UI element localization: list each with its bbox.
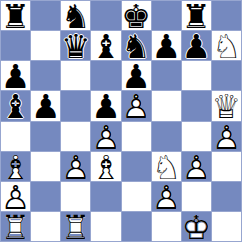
white-pawn-piece[interactable]: ♟♙: [61, 152, 90, 181]
white-pawn-piece[interactable]: ♟♙: [152, 182, 181, 211]
square-h2[interactable]: [212, 182, 241, 211]
square-d4[interactable]: ♟♙: [91, 122, 120, 151]
white-pawn-piece[interactable]: ♟♙: [91, 122, 120, 151]
white-pawn-outline-glyph: ♙: [152, 183, 181, 212]
white-pawn-fill-glyph: ♟: [1, 183, 30, 212]
white-pawn-piece[interactable]: ♟♙: [182, 152, 211, 181]
black-bishop-glyph: ♝: [91, 32, 120, 61]
white-pawn-outline-glyph: ♙: [212, 123, 241, 152]
black-knight-glyph: ♞: [122, 32, 151, 61]
black-pawn-piece[interactable]: ♟: [152, 31, 181, 60]
square-d7[interactable]: ♝: [91, 31, 120, 60]
black-pawn-glyph: ♟: [91, 92, 120, 121]
square-b6[interactable]: [31, 61, 60, 90]
square-e5[interactable]: ♟♙: [122, 91, 151, 120]
black-pawn-glyph: ♟: [182, 32, 211, 61]
square-c1[interactable]: ♜♖: [61, 212, 90, 241]
square-b5[interactable]: ♟: [31, 91, 60, 120]
black-queen-glyph: ♛: [61, 32, 90, 61]
square-g2[interactable]: [182, 182, 211, 211]
black-pawn-glyph: ♟: [1, 62, 30, 91]
black-pawn-piece[interactable]: ♟: [31, 91, 60, 120]
black-rook-piece[interactable]: ♜: [182, 1, 211, 30]
square-c7[interactable]: ♛: [61, 31, 90, 60]
square-h1[interactable]: [212, 212, 241, 241]
square-a5[interactable]: ♝: [1, 91, 30, 120]
square-d6[interactable]: [91, 61, 120, 90]
square-a1[interactable]: ♜♖: [1, 212, 30, 241]
square-b8[interactable]: [31, 1, 60, 30]
square-b3[interactable]: [31, 152, 60, 181]
square-h7[interactable]: ♞♘: [212, 31, 241, 60]
white-pawn-outline-glyph: ♙: [122, 92, 151, 121]
square-a6[interactable]: ♟: [1, 61, 30, 90]
white-pawn-fill-glyph: ♟: [152, 183, 181, 212]
white-rook-piece[interactable]: ♜♖: [1, 212, 30, 241]
chess-board: ♜♞♚♜♛♝♞♟♟♞♘♟♟♝♟♟♟♙♛♕♟♙♟♙♝♗♟♙♝♗♞♘♟♙♟♙♟♙♜♖…: [0, 0, 242, 242]
white-queen-fill-glyph: ♛: [212, 92, 241, 121]
white-rook-piece[interactable]: ♜♖: [61, 212, 90, 241]
square-g3[interactable]: ♟♙: [182, 152, 211, 181]
square-a8[interactable]: ♜: [1, 1, 30, 30]
black-bishop-piece[interactable]: ♝: [1, 91, 30, 120]
white-pawn-outline-glyph: ♙: [182, 153, 211, 182]
black-pawn-piece[interactable]: ♟: [182, 31, 211, 60]
white-pawn-fill-glyph: ♟: [61, 153, 90, 182]
square-h6[interactable]: [212, 61, 241, 90]
black-knight-glyph: ♞: [61, 2, 90, 31]
square-f6[interactable]: [152, 61, 181, 90]
square-g4[interactable]: [182, 122, 211, 151]
square-b2[interactable]: [31, 182, 60, 211]
black-pawn-piece[interactable]: ♟: [122, 61, 151, 90]
square-g6[interactable]: [182, 61, 211, 90]
square-h5[interactable]: ♛♕: [212, 91, 241, 120]
white-pawn-piece[interactable]: ♟♙: [1, 182, 30, 211]
white-queen-outline-glyph: ♕: [212, 92, 241, 121]
white-knight-outline-glyph: ♘: [152, 153, 181, 182]
white-knight-outline-glyph: ♘: [212, 32, 241, 61]
black-pawn-glyph: ♟: [31, 92, 60, 121]
black-queen-piece[interactable]: ♛: [61, 31, 90, 60]
white-bishop-fill-glyph: ♝: [91, 153, 120, 182]
square-a4[interactable]: [1, 122, 30, 151]
white-pawn-outline-glyph: ♙: [91, 123, 120, 152]
square-e4[interactable]: [122, 122, 151, 151]
square-d1[interactable]: [91, 212, 120, 241]
square-a3[interactable]: ♝♗: [1, 152, 30, 181]
black-bishop-piece[interactable]: ♝: [91, 31, 120, 60]
white-pawn-piece[interactable]: ♟♙: [212, 122, 241, 151]
white-bishop-outline-glyph: ♗: [91, 153, 120, 182]
square-g7[interactable]: ♟: [182, 31, 211, 60]
square-a2[interactable]: ♟♙: [1, 182, 30, 211]
black-knight-piece[interactable]: ♞: [61, 1, 90, 30]
black-pawn-glyph: ♟: [152, 32, 181, 61]
black-king-glyph: ♚: [122, 2, 151, 31]
black-king-piece[interactable]: ♚: [122, 1, 151, 30]
square-f8[interactable]: [152, 1, 181, 30]
white-pawn-outline-glyph: ♙: [61, 153, 90, 182]
square-c5[interactable]: [61, 91, 90, 120]
square-f4[interactable]: [152, 122, 181, 151]
square-d5[interactable]: ♟: [91, 91, 120, 120]
black-rook-glyph: ♜: [182, 2, 211, 31]
black-bishop-glyph: ♝: [1, 92, 30, 121]
square-d8[interactable]: [91, 1, 120, 30]
white-knight-fill-glyph: ♞: [152, 153, 181, 182]
square-f1[interactable]: [152, 212, 181, 241]
square-f5[interactable]: [152, 91, 181, 120]
square-c2[interactable]: [61, 182, 90, 211]
white-queen-piece[interactable]: ♛♕: [212, 91, 241, 120]
black-pawn-piece[interactable]: ♟: [1, 61, 30, 90]
square-a7[interactable]: [1, 31, 30, 60]
white-bishop-piece[interactable]: ♝♗: [1, 152, 30, 181]
square-b4[interactable]: [31, 122, 60, 151]
square-c3[interactable]: ♟♙: [61, 152, 90, 181]
square-h3[interactable]: [212, 152, 241, 181]
white-rook-outline-glyph: ♖: [1, 213, 30, 242]
square-b1[interactable]: [31, 212, 60, 241]
square-b7[interactable]: [31, 31, 60, 60]
black-knight-piece[interactable]: ♞: [122, 31, 151, 60]
white-pawn-fill-glyph: ♟: [122, 92, 151, 121]
white-pawn-fill-glyph: ♟: [212, 123, 241, 152]
square-e3[interactable]: [122, 152, 151, 181]
white-king-outline-glyph: ♔: [182, 213, 211, 242]
black-pawn-piece[interactable]: ♟: [91, 91, 120, 120]
square-c4[interactable]: [61, 122, 90, 151]
white-king-piece[interactable]: ♚♔: [182, 212, 211, 241]
white-pawn-outline-glyph: ♙: [1, 183, 30, 212]
square-h8[interactable]: [212, 1, 241, 30]
white-pawn-fill-glyph: ♟: [182, 153, 211, 182]
black-rook-piece[interactable]: ♜: [1, 1, 30, 30]
white-knight-piece[interactable]: ♞♘: [152, 152, 181, 181]
square-e1[interactable]: [122, 212, 151, 241]
square-g1[interactable]: ♚♔: [182, 212, 211, 241]
square-f7[interactable]: ♟: [152, 31, 181, 60]
white-bishop-fill-glyph: ♝: [1, 153, 30, 182]
square-f3[interactable]: ♞♘: [152, 152, 181, 181]
square-g5[interactable]: [182, 91, 211, 120]
white-pawn-fill-glyph: ♟: [91, 123, 120, 152]
square-d3[interactable]: ♝♗: [91, 152, 120, 181]
white-bishop-piece[interactable]: ♝♗: [91, 152, 120, 181]
white-rook-fill-glyph: ♜: [1, 213, 30, 242]
black-pawn-glyph: ♟: [122, 62, 151, 91]
white-rook-fill-glyph: ♜: [61, 213, 90, 242]
square-e8[interactable]: ♚: [122, 1, 151, 30]
square-e7[interactable]: ♞: [122, 31, 151, 60]
square-f2[interactable]: ♟♙: [152, 182, 181, 211]
white-knight-piece[interactable]: ♞♘: [212, 31, 241, 60]
white-bishop-outline-glyph: ♗: [1, 153, 30, 182]
black-rook-glyph: ♜: [1, 2, 30, 31]
white-rook-outline-glyph: ♖: [61, 213, 90, 242]
square-d2[interactable]: [91, 182, 120, 211]
square-c6[interactable]: [61, 61, 90, 90]
square-e6[interactable]: ♟: [122, 61, 151, 90]
white-knight-fill-glyph: ♞: [212, 32, 241, 61]
square-e2[interactable]: [122, 182, 151, 211]
square-g8[interactable]: ♜: [182, 1, 211, 30]
white-pawn-piece[interactable]: ♟♙: [122, 91, 151, 120]
square-h4[interactable]: ♟♙: [212, 122, 241, 151]
square-c8[interactable]: ♞: [61, 1, 90, 30]
white-king-fill-glyph: ♚: [182, 213, 211, 242]
